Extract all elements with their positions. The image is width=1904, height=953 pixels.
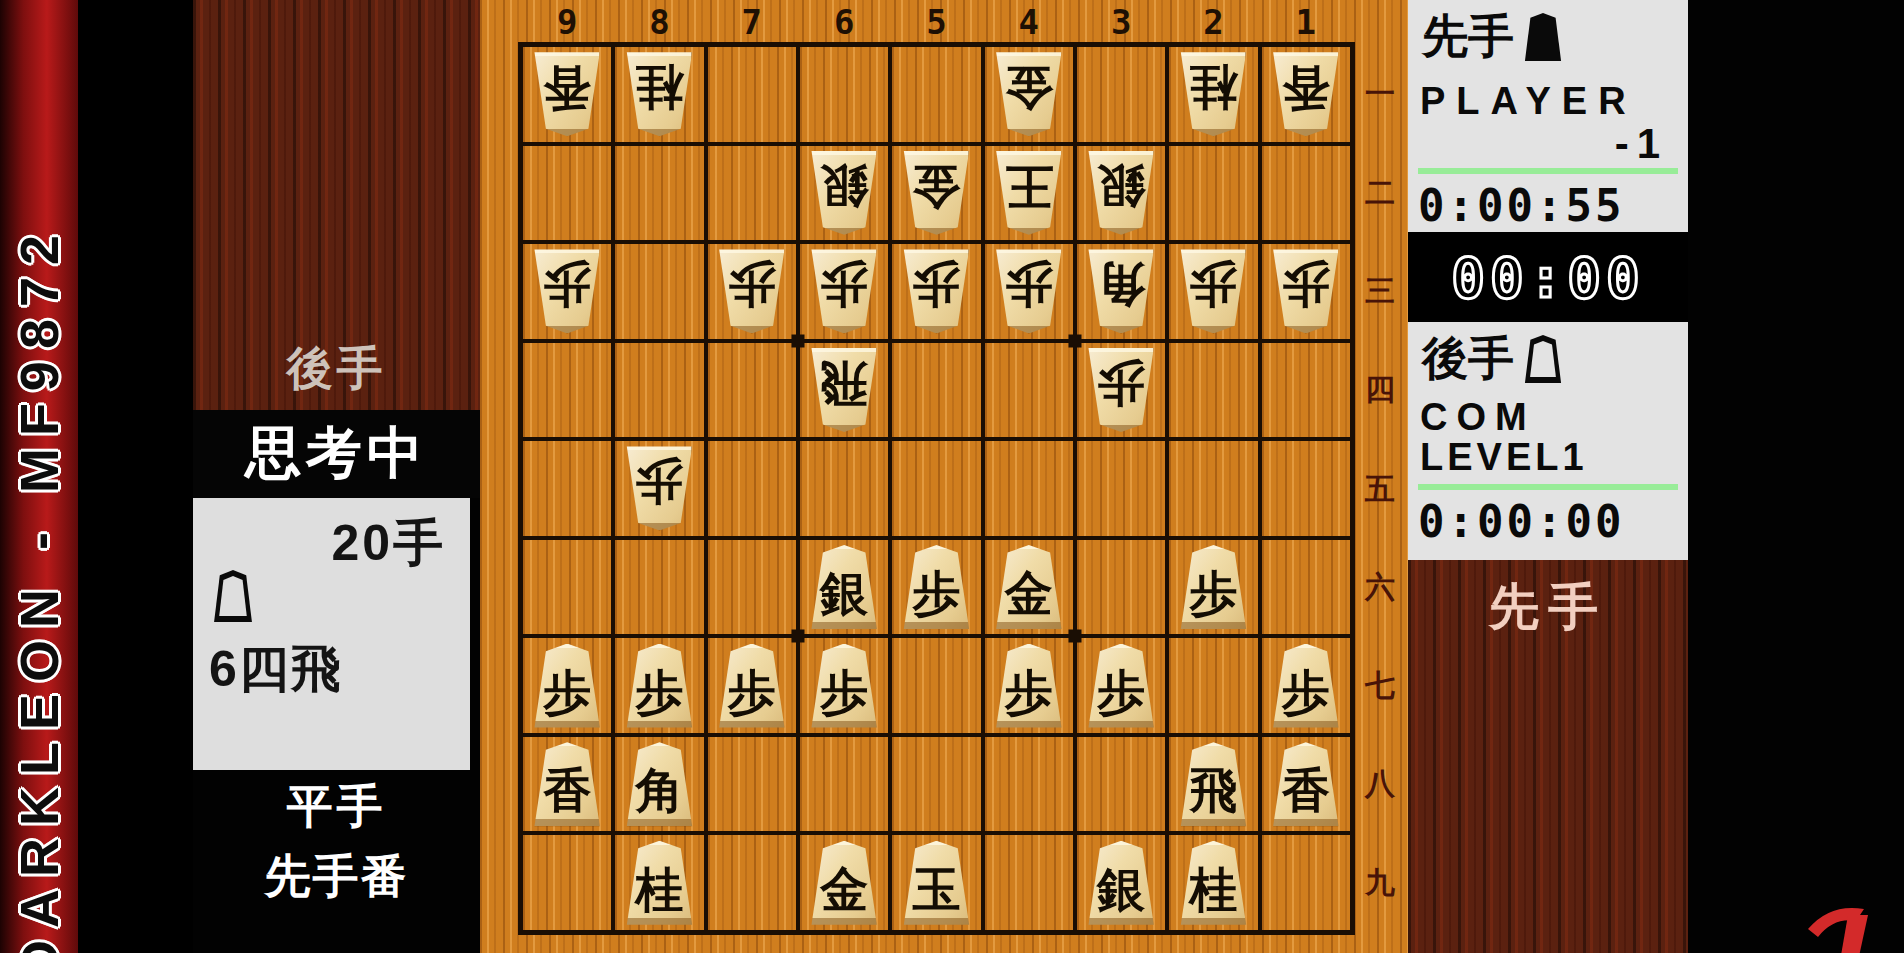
- file-label-4: 4: [1009, 2, 1049, 42]
- shogi-piece-gote[interactable]: 歩: [898, 249, 974, 333]
- rank-label-9: 九: [1365, 862, 1395, 903]
- board-cell-3-5[interactable]: [1077, 441, 1165, 536]
- board-cell-6-8[interactable]: [800, 737, 888, 832]
- shogi-piece-gote[interactable]: 銀: [806, 151, 882, 235]
- board-cell-3-7[interactable]: 歩: [1077, 638, 1165, 733]
- hoshi-dot: [1069, 335, 1082, 348]
- board-cell-8-3[interactable]: [615, 244, 703, 339]
- rank-label-8: 八: [1365, 764, 1395, 805]
- board-cell-6-6[interactable]: 銀: [800, 540, 888, 635]
- file-label-2: 2: [1194, 2, 1234, 42]
- rank-label-1: 一: [1365, 74, 1395, 115]
- shogi-piece-gote[interactable]: 歩: [806, 249, 882, 333]
- piece-glyph: 角: [1097, 261, 1145, 309]
- board-cell-5-2[interactable]: 金: [892, 146, 980, 241]
- piece-glyph: 桂: [1189, 64, 1237, 112]
- gote-green-rule: [1418, 484, 1678, 490]
- sente-header-row: 先手: [1422, 6, 1564, 68]
- hoshi-dot: [1069, 630, 1082, 643]
- board-cell-3-9[interactable]: 銀: [1077, 835, 1165, 930]
- shogi-board: 987654321 香桂金桂香銀金王銀歩歩歩歩歩角歩歩飛歩歩銀歩金歩歩歩歩歩歩歩…: [480, 0, 1408, 953]
- shogi-piece-gote[interactable]: 金: [991, 52, 1067, 136]
- player-number: -1: [1615, 120, 1668, 168]
- piece-glyph: 歩: [912, 569, 960, 617]
- move-timer-band: 00:00: [1408, 232, 1688, 322]
- shogi-piece-gote[interactable]: 歩: [714, 249, 790, 333]
- board-cell-3-2[interactable]: 銀: [1077, 146, 1165, 241]
- shogi-piece-gote[interactable]: 香: [1268, 52, 1344, 136]
- shogi-piece-gote[interactable]: 王: [991, 151, 1067, 235]
- watermark-text: DARKLEON - MF9872: [8, 223, 70, 953]
- piece-glyph: 歩: [728, 668, 776, 716]
- piece-glyph: 金: [1005, 64, 1053, 112]
- left-info-panel: 後手 思考中 20手 6四飛 平手 先手番: [193, 0, 480, 953]
- piece-glyph: 歩: [543, 261, 591, 309]
- file-label-9: 9: [547, 2, 587, 42]
- gote-piece-icon-right: [1522, 335, 1564, 383]
- piece-glyph: 歩: [1189, 569, 1237, 617]
- shogi-piece-gote[interactable]: 歩: [621, 446, 697, 530]
- shogi-piece-sente[interactable]: 歩: [898, 545, 974, 629]
- board-cell-1-6[interactable]: [1262, 540, 1350, 635]
- piece-glyph: 銀: [820, 163, 868, 211]
- board-cell-5-3[interactable]: 歩: [892, 244, 980, 339]
- rank-label-4: 四: [1365, 369, 1395, 410]
- board-cell-6-2[interactable]: 銀: [800, 146, 888, 241]
- gote-clock-panel: 後手 COM LEVEL1 0:00:00: [1408, 322, 1688, 560]
- shogi-piece-gote[interactable]: 歩: [991, 249, 1067, 333]
- piece-glyph: 歩: [1189, 261, 1237, 309]
- board-cell-2-4[interactable]: [1169, 343, 1257, 438]
- shogi-piece-gote[interactable]: 桂: [621, 52, 697, 136]
- board-cell-8-7[interactable]: 歩: [615, 638, 703, 733]
- board-cell-1-2[interactable]: [1262, 146, 1350, 241]
- board-cell-1-3[interactable]: 歩: [1262, 244, 1350, 339]
- shogi-piece-gote[interactable]: 香: [529, 52, 605, 136]
- gote-piece-icon: [211, 570, 255, 622]
- file-label-3: 3: [1101, 2, 1141, 42]
- shogi-piece-sente[interactable]: 銀: [806, 545, 882, 629]
- piece-glyph: 飛: [820, 360, 868, 408]
- board-cell-3-4[interactable]: 歩: [1077, 343, 1165, 438]
- move-count: 20手: [331, 510, 446, 577]
- gote-header: 後手: [1422, 328, 1514, 390]
- board-cell-8-8[interactable]: 角: [615, 737, 703, 832]
- board-cell-5-9[interactable]: 玉: [892, 835, 980, 930]
- piece-glyph: 銀: [820, 569, 868, 617]
- board-cell-4-8[interactable]: [985, 737, 1073, 832]
- piece-glyph: 歩: [1005, 261, 1053, 309]
- board-cell-9-8[interactable]: 香: [523, 737, 611, 832]
- board-cell-8-6[interactable]: [615, 540, 703, 635]
- right-wood-backdrop: 先手: [1408, 560, 1688, 953]
- board-cell-4-6[interactable]: 金: [985, 540, 1073, 635]
- board-cell-7-1[interactable]: [708, 47, 796, 142]
- sente-clock: 0:00:55: [1418, 180, 1624, 231]
- shogi-piece-gote[interactable]: 金: [898, 151, 974, 235]
- shogi-piece-gote[interactable]: 歩: [1175, 249, 1251, 333]
- gote-indicator-label: 後手: [193, 338, 480, 400]
- shogi-piece-gote[interactable]: 歩: [1083, 348, 1159, 432]
- right-black-strip: [1688, 0, 1904, 953]
- shogi-piece-gote[interactable]: 銀: [1083, 151, 1159, 235]
- sente-clock-panel: 先手 PLAYER -1 0:00:55: [1408, 0, 1688, 232]
- piece-glyph: 桂: [635, 64, 683, 112]
- piece-glyph: 銀: [1097, 865, 1145, 913]
- board-cell-6-4[interactable]: 飛: [800, 343, 888, 438]
- shogi-piece-sente[interactable]: 金: [806, 841, 882, 925]
- board-cell-7-3[interactable]: 歩: [708, 244, 796, 339]
- level-label: LEVEL1: [1420, 436, 1588, 479]
- rank-label-7: 七: [1365, 665, 1395, 706]
- rank-label-6: 六: [1365, 567, 1395, 608]
- board-cell-7-2[interactable]: [708, 146, 796, 241]
- board-cell-4-3[interactable]: 歩: [985, 244, 1073, 339]
- board-cell-3-3[interactable]: 角: [1077, 244, 1165, 339]
- piece-glyph: 歩: [635, 458, 683, 506]
- sente-header: 先手: [1422, 6, 1514, 68]
- shogi-piece-sente[interactable]: 歩: [991, 644, 1067, 728]
- handicap-label: 平手: [193, 776, 480, 838]
- move-timer: 00:00: [1451, 245, 1645, 310]
- board-cell-3-6[interactable]: [1077, 540, 1165, 635]
- rank-label-2: 二: [1365, 172, 1395, 213]
- piece-glyph: 銀: [1097, 163, 1145, 211]
- shogi-piece-sente[interactable]: 桂: [1175, 841, 1251, 925]
- board-cell-6-1[interactable]: [800, 47, 888, 142]
- shogi-piece-sente[interactable]: 歩: [1268, 644, 1344, 728]
- player-label: PLAYER: [1420, 80, 1637, 123]
- com-label: COM: [1420, 396, 1536, 439]
- file-label-8: 8: [640, 2, 680, 42]
- piece-glyph: 飛: [1189, 766, 1237, 814]
- shogi-piece-gote[interactable]: 角: [1083, 249, 1159, 333]
- board-cell-7-4[interactable]: [708, 343, 796, 438]
- shogi-piece-gote[interactable]: 歩: [1268, 249, 1344, 333]
- file-label-5: 5: [917, 2, 957, 42]
- board-grid: 香桂金桂香銀金王銀歩歩歩歩歩角歩歩飛歩歩銀歩金歩歩歩歩歩歩歩歩香角飛香桂金玉銀桂: [518, 42, 1355, 935]
- piece-glyph: 香: [543, 64, 591, 112]
- board-cell-1-8[interactable]: 香: [1262, 737, 1350, 832]
- board-cell-9-2[interactable]: [523, 146, 611, 241]
- shogi-piece-sente[interactable]: 歩: [1083, 644, 1159, 728]
- piece-glyph: 歩: [912, 261, 960, 309]
- board-cell-7-6[interactable]: [708, 540, 796, 635]
- board-cell-2-8[interactable]: 飛: [1169, 737, 1257, 832]
- board-cell-4-7[interactable]: 歩: [985, 638, 1073, 733]
- rank-label-5: 五: [1365, 468, 1395, 509]
- board-cell-4-9[interactable]: [985, 835, 1073, 930]
- hoshi-dot: [792, 335, 805, 348]
- game-screen: DARKLEON - MF9872 後手 思考中 20手 6四飛 平手 先手番 …: [0, 0, 1904, 953]
- piece-glyph: 金: [912, 163, 960, 211]
- shogi-piece-sente[interactable]: 歩: [1175, 545, 1251, 629]
- board-cell-5-6[interactable]: 歩: [892, 540, 980, 635]
- board-cell-9-1[interactable]: 香: [523, 47, 611, 142]
- board-cell-4-1[interactable]: 金: [985, 47, 1073, 142]
- sente-bottom-label: 先手: [1408, 574, 1688, 641]
- file-label-6: 6: [824, 2, 864, 42]
- board-cell-1-5[interactable]: [1262, 441, 1350, 536]
- gote-clock: 0:00:00: [1418, 496, 1624, 547]
- piece-glyph: 金: [820, 865, 868, 913]
- piece-glyph: 王: [1005, 163, 1053, 211]
- piece-glyph: 玉: [912, 865, 960, 913]
- board-cell-6-9[interactable]: 金: [800, 835, 888, 930]
- board-cell-4-5[interactable]: [985, 441, 1073, 536]
- shogi-piece-sente[interactable]: 歩: [806, 644, 882, 728]
- board-cell-8-1[interactable]: 桂: [615, 47, 703, 142]
- shogi-piece-sente[interactable]: 金: [991, 545, 1067, 629]
- board-cell-8-2[interactable]: [615, 146, 703, 241]
- board-cell-5-5[interactable]: [892, 441, 980, 536]
- shogi-piece-sente[interactable]: 飛: [1175, 742, 1251, 826]
- rank-label-3: 三: [1365, 271, 1395, 312]
- board-cell-1-1[interactable]: 香: [1262, 47, 1350, 142]
- board-cell-9-5[interactable]: [523, 441, 611, 536]
- board-cell-2-5[interactable]: [1169, 441, 1257, 536]
- board-cell-2-9[interactable]: 桂: [1169, 835, 1257, 930]
- board-cell-1-9[interactable]: [1262, 835, 1350, 930]
- board-cell-5-4[interactable]: [892, 343, 980, 438]
- board-cell-8-4[interactable]: [615, 343, 703, 438]
- board-cell-3-1[interactable]: [1077, 47, 1165, 142]
- board-cell-5-1[interactable]: [892, 47, 980, 142]
- piece-glyph: 歩: [820, 261, 868, 309]
- last-move: 6四飛: [209, 636, 343, 703]
- shogi-piece-sente[interactable]: 歩: [714, 644, 790, 728]
- piece-glyph: 歩: [820, 668, 868, 716]
- board-cell-9-6[interactable]: [523, 540, 611, 635]
- shogi-piece-sente[interactable]: 歩: [529, 644, 605, 728]
- shogi-piece-sente[interactable]: 玉: [898, 841, 974, 925]
- sente-piece-icon: [1522, 13, 1564, 61]
- shogi-piece-sente[interactable]: 香: [1268, 742, 1344, 826]
- brand-logo: [1802, 899, 1886, 953]
- board-cell-2-6[interactable]: 歩: [1169, 540, 1257, 635]
- board-cell-1-7[interactable]: 歩: [1262, 638, 1350, 733]
- piece-glyph: 桂: [635, 865, 683, 913]
- right-info-panel: 先手 PLAYER -1 0:00:55 00:00 後手 COM LEVEL1…: [1408, 0, 1688, 953]
- shogi-piece-gote[interactable]: 飛: [806, 348, 882, 432]
- watermark-banner: DARKLEON - MF9872: [0, 0, 78, 953]
- shogi-piece-sente[interactable]: 角: [621, 742, 697, 826]
- shogi-piece-gote[interactable]: 桂: [1175, 52, 1251, 136]
- piece-glyph: 歩: [728, 261, 776, 309]
- piece-glyph: 歩: [1097, 668, 1145, 716]
- board-cell-7-5[interactable]: [708, 441, 796, 536]
- board-cell-8-9[interactable]: 桂: [615, 835, 703, 930]
- board-cell-9-4[interactable]: [523, 343, 611, 438]
- shogi-piece-sente[interactable]: 歩: [621, 644, 697, 728]
- gote-header-row: 後手: [1422, 328, 1564, 390]
- board-cell-4-4[interactable]: [985, 343, 1073, 438]
- piece-glyph: 桂: [1189, 865, 1237, 913]
- board-cell-2-1[interactable]: 桂: [1169, 47, 1257, 142]
- piece-glyph: 歩: [1097, 360, 1145, 408]
- piece-glyph: 香: [1282, 64, 1330, 112]
- board-cell-2-7[interactable]: [1169, 638, 1257, 733]
- board-cell-6-7[interactable]: 歩: [800, 638, 888, 733]
- shogi-piece-sente[interactable]: 香: [529, 742, 605, 826]
- board-cell-6-5[interactable]: [800, 441, 888, 536]
- board-cell-8-5[interactable]: 歩: [615, 441, 703, 536]
- board-cell-7-9[interactable]: [708, 835, 796, 930]
- sente-green-rule: [1418, 168, 1678, 174]
- turn-label: 先手番: [193, 846, 480, 908]
- board-cell-2-3[interactable]: 歩: [1169, 244, 1257, 339]
- piece-glyph: 香: [543, 766, 591, 814]
- shogi-piece-gote[interactable]: 歩: [529, 249, 605, 333]
- board-cell-5-7[interactable]: [892, 638, 980, 733]
- board-cell-9-9[interactable]: [523, 835, 611, 930]
- board-cell-7-8[interactable]: [708, 737, 796, 832]
- board-cell-7-7[interactable]: 歩: [708, 638, 796, 733]
- file-label-1: 1: [1286, 2, 1326, 42]
- hoshi-dot: [792, 630, 805, 643]
- piece-glyph: 歩: [1005, 668, 1053, 716]
- board-cell-3-8[interactable]: [1077, 737, 1165, 832]
- piece-glyph: 歩: [543, 668, 591, 716]
- board-cell-1-4[interactable]: [1262, 343, 1350, 438]
- thinking-status: 思考中: [193, 410, 480, 498]
- file-label-7: 7: [732, 2, 772, 42]
- board-cell-6-3[interactable]: 歩: [800, 244, 888, 339]
- piece-glyph: 歩: [635, 668, 683, 716]
- shogi-piece-sente[interactable]: 銀: [1083, 841, 1159, 925]
- board-cell-4-2[interactable]: 王: [985, 146, 1073, 241]
- piece-glyph: 金: [1005, 569, 1053, 617]
- piece-glyph: 歩: [1282, 668, 1330, 716]
- piece-glyph: 角: [635, 766, 683, 814]
- piece-glyph: 歩: [1282, 261, 1330, 309]
- move-info-box: 20手 6四飛: [193, 498, 470, 770]
- board-cell-9-7[interactable]: 歩: [523, 638, 611, 733]
- board-cell-5-8[interactable]: [892, 737, 980, 832]
- board-cell-2-2[interactable]: [1169, 146, 1257, 241]
- shogi-piece-sente[interactable]: 桂: [621, 841, 697, 925]
- piece-glyph: 香: [1282, 766, 1330, 814]
- board-cell-9-3[interactable]: 歩: [523, 244, 611, 339]
